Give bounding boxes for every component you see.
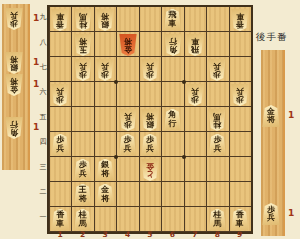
piece-hand-金将[interactable]: 金将 xyxy=(262,105,280,127)
piece-54-歩兵[interactable]: 歩兵 xyxy=(141,134,159,156)
hand-item: 金将1 xyxy=(5,74,39,96)
piece-33-銀将[interactable]: 銀将 xyxy=(96,159,114,181)
rank-labels: 九八七六五四三二一 xyxy=(39,5,47,230)
piece-39-銀将[interactable]: 銀将 xyxy=(96,9,114,31)
gote-hand: 金将1歩兵1 xyxy=(262,50,296,225)
rank-label: 七 xyxy=(39,55,47,80)
file-label: 5 xyxy=(139,231,161,239)
piece-76-歩兵[interactable]: 歩兵 xyxy=(186,84,204,106)
piece-19-香車[interactable]: 香車 xyxy=(51,9,69,31)
turn-indicator: 後手番 xyxy=(256,31,300,43)
hand-item: 銀将1 xyxy=(5,52,39,74)
star-point xyxy=(114,155,118,159)
piece-32-金将[interactable]: 金将 xyxy=(96,184,114,206)
piece-96-歩兵[interactable]: 歩兵 xyxy=(231,84,249,106)
hand-item: 歩兵1 xyxy=(5,8,39,30)
piece-hand-角行[interactable]: 角行 xyxy=(5,117,23,139)
piece-11-香車[interactable]: 香車 xyxy=(51,209,69,231)
hand-item: 金将1 xyxy=(262,105,296,127)
piece-85-桂馬[interactable]: 桂馬 xyxy=(208,109,226,131)
rank-label: 二 xyxy=(39,180,47,205)
piece-21-桂馬[interactable]: 桂馬 xyxy=(74,209,92,231)
star-point xyxy=(182,155,186,159)
rank-label: 六 xyxy=(39,80,47,105)
file-label: 4 xyxy=(116,231,138,239)
piece-hand-歩兵[interactable]: 歩兵 xyxy=(5,8,23,30)
piece-28-玉将[interactable]: 玉将 xyxy=(74,34,92,56)
piece-69-飛車[interactable]: 飛車 xyxy=(164,9,182,31)
file-label: 2 xyxy=(71,231,93,239)
board[interactable]: 香車桂馬銀将飛車香車玉将金将角行飛車歩兵歩兵歩兵歩兵歩兵歩兵歩兵歩兵銀将角行桂馬… xyxy=(47,5,253,234)
piece-78-飛車[interactable]: 飛車 xyxy=(186,34,204,56)
star-point xyxy=(114,80,118,84)
file-label: 1 xyxy=(49,231,71,239)
piece-84-歩兵[interactable]: 歩兵 xyxy=(208,134,226,156)
piece-44-歩兵[interactable]: 歩兵 xyxy=(119,134,137,156)
piece-91-香車[interactable]: 香車 xyxy=(231,209,249,231)
rank-label: 九 xyxy=(39,5,47,30)
rank-label: 五 xyxy=(39,105,47,130)
file-label: 7 xyxy=(184,231,206,239)
piece-hand-歩兵[interactable]: 歩兵 xyxy=(262,203,280,225)
piece-27-歩兵[interactable]: 歩兵 xyxy=(74,59,92,81)
piece-14-歩兵[interactable]: 歩兵 xyxy=(51,134,69,156)
piece-48-金将[interactable]: 金将 xyxy=(119,34,137,56)
rank-label: 八 xyxy=(39,30,47,55)
star-point xyxy=(182,80,186,84)
piece-99-香車[interactable]: 香車 xyxy=(231,9,249,31)
piece-87-歩兵[interactable]: 歩兵 xyxy=(208,59,226,81)
piece-57-歩兵[interactable]: 歩兵 xyxy=(141,59,159,81)
sente-hand: 歩兵1銀将1金将1角行1 xyxy=(5,4,39,139)
piece-37-歩兵[interactable]: 歩兵 xyxy=(96,59,114,81)
piece-53-と金[interactable]: と金 xyxy=(141,159,159,181)
file-label: 6 xyxy=(161,231,183,239)
piece-65-角行[interactable]: 角行 xyxy=(164,109,182,131)
piece-45-歩兵[interactable]: 歩兵 xyxy=(119,109,137,131)
shogi-app: 歩兵1銀将1金将1角行1 九八七六五四三二一 香車桂馬銀将飛車香車玉将金将角行飛… xyxy=(0,0,300,239)
hand-item: 角行1 xyxy=(5,117,39,139)
rank-label: 四 xyxy=(39,130,47,155)
rank-label: 一 xyxy=(39,205,47,230)
piece-16-歩兵[interactable]: 歩兵 xyxy=(51,84,69,106)
piece-23-歩兵[interactable]: 歩兵 xyxy=(74,159,92,181)
hand-count: 1 xyxy=(288,207,294,219)
sente-captured-tray: 歩兵1銀将1金将1角行1 xyxy=(2,4,40,170)
piece-68-角行[interactable]: 角行 xyxy=(164,34,182,56)
gote-captured-tray: 金将1歩兵1 xyxy=(261,50,299,236)
hand-count: 1 xyxy=(288,109,294,121)
file-label: 9 xyxy=(229,231,251,239)
piece-22-王将[interactable]: 王将 xyxy=(74,184,92,206)
piece-hand-銀将[interactable]: 銀将 xyxy=(5,52,23,74)
hand-item: 歩兵1 xyxy=(262,203,296,225)
file-labels: 123456789 xyxy=(49,231,251,239)
piece-81-桂馬[interactable]: 桂馬 xyxy=(208,209,226,231)
rank-label: 三 xyxy=(39,155,47,180)
file-label: 8 xyxy=(206,231,228,239)
piece-hand-金将[interactable]: 金将 xyxy=(5,74,23,96)
file-label: 3 xyxy=(94,231,116,239)
piece-29-桂馬[interactable]: 桂馬 xyxy=(74,9,92,31)
piece-55-銀将[interactable]: 銀将 xyxy=(141,109,159,131)
